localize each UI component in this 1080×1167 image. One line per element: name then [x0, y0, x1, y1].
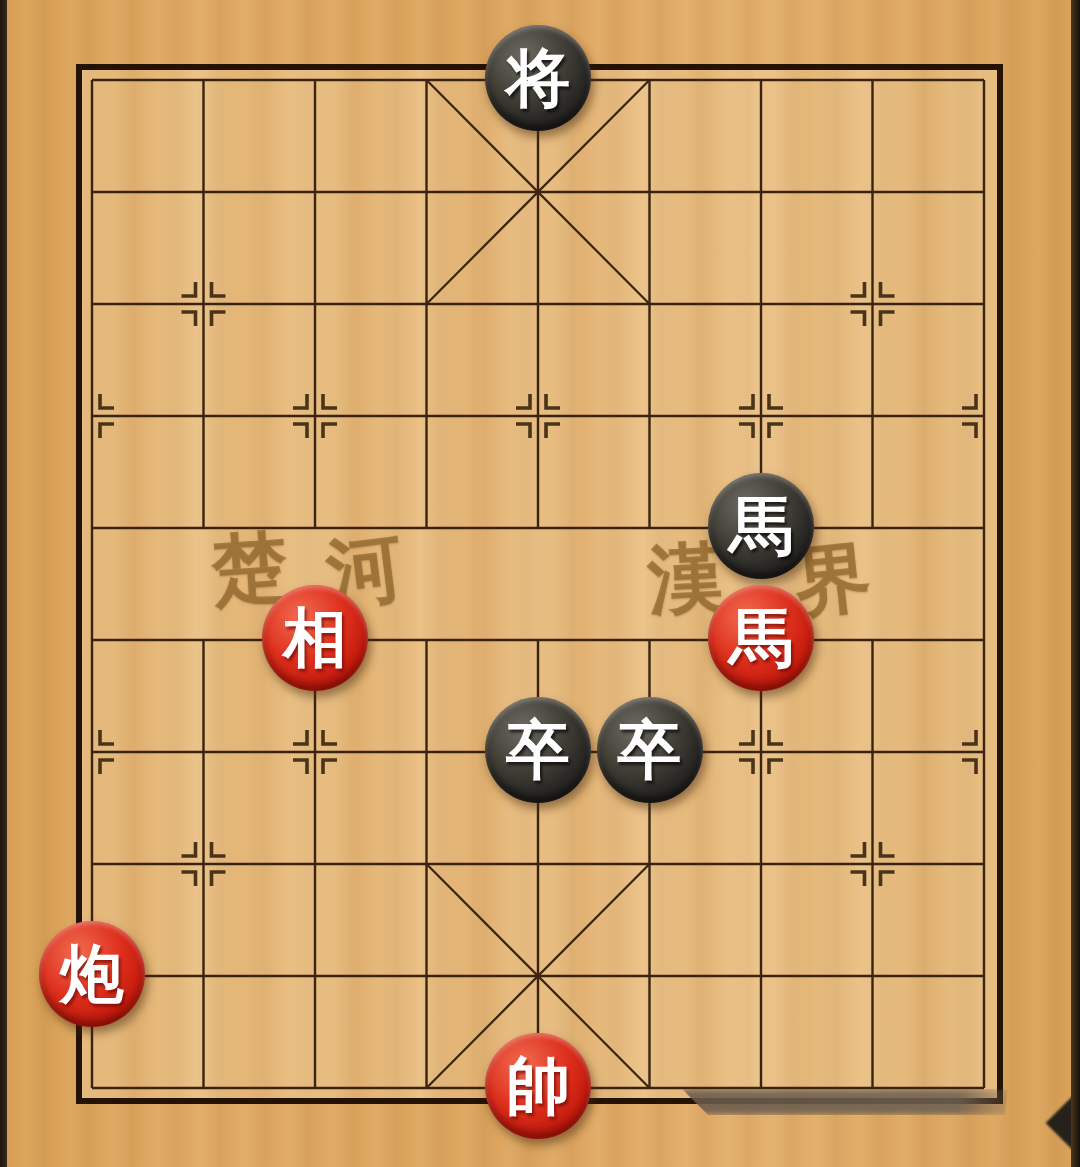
piece-glyph: 馬 [729, 606, 793, 670]
piece-red-horse[interactable]: 馬 [708, 585, 814, 691]
piece-black-soldier-2[interactable]: 卒 [597, 697, 703, 803]
piece-glyph: 卒 [618, 718, 682, 782]
piece-glyph: 卒 [506, 718, 570, 782]
piece-red-elephant[interactable]: 相 [262, 585, 368, 691]
piece-glyph: 炮 [60, 942, 124, 1006]
piece-red-cannon[interactable]: 炮 [39, 921, 145, 1027]
piece-red-general[interactable]: 帥 [485, 1033, 591, 1139]
photo-edge-left [0, 0, 7, 1167]
xiangqi-board-photo: 楚 河 漢 界 将馬相馬卒卒炮帥 [0, 0, 1080, 1167]
watermark-smudge [682, 1089, 1008, 1115]
piece-glyph: 将 [506, 46, 570, 110]
photo-edge-right [1071, 0, 1080, 1167]
board-grid [0, 0, 1080, 1167]
piece-black-horse[interactable]: 馬 [708, 473, 814, 579]
piece-glyph: 馬 [729, 494, 793, 558]
piece-glyph: 相 [283, 606, 347, 670]
piece-black-soldier-1[interactable]: 卒 [485, 697, 591, 803]
piece-glyph: 帥 [506, 1054, 570, 1118]
piece-black-general[interactable]: 将 [485, 25, 591, 131]
